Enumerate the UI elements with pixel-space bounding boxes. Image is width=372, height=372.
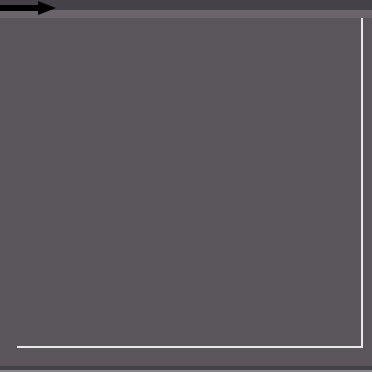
frame-top-bevel: [0, 10, 372, 18]
chess-app: [0, 0, 372, 372]
frame-top-edge: [0, 0, 372, 10]
chess-board: [17, 18, 363, 348]
